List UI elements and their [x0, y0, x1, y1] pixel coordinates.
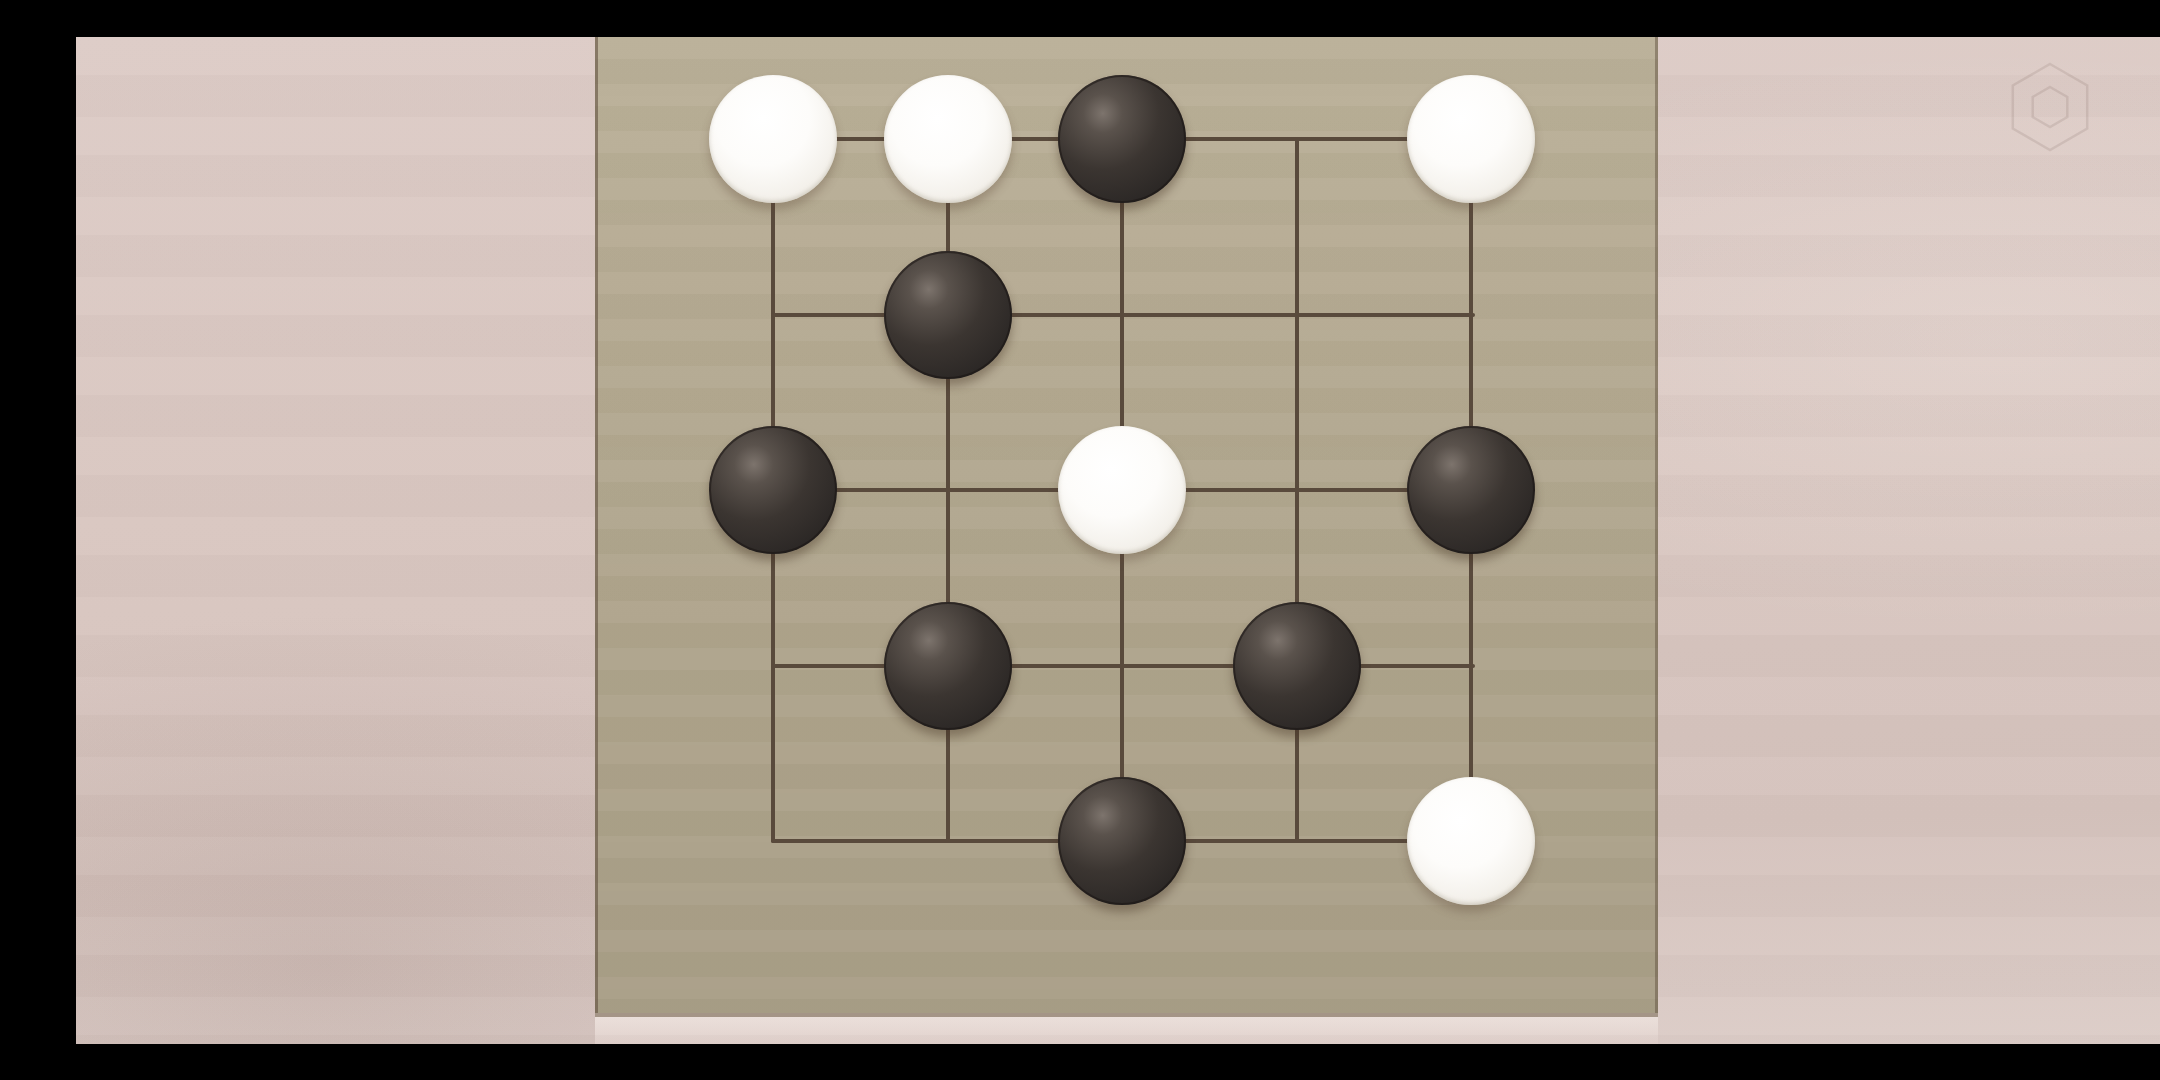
hexagon-logo-icon — [2005, 62, 2095, 152]
stone-black[interactable] — [884, 602, 1012, 730]
grid-line-horizontal — [771, 664, 1475, 668]
stone-black[interactable] — [1058, 777, 1186, 905]
stone-white[interactable] — [1058, 426, 1186, 554]
table-surface — [595, 1013, 1658, 1044]
stone-white[interactable] — [884, 75, 1012, 203]
letterbox-top-bar — [0, 0, 2160, 37]
letterbox-left-bar — [0, 37, 76, 1044]
letterbox-bottom-bar — [0, 1044, 2160, 1080]
stone-black[interactable] — [1058, 75, 1186, 203]
stone-black[interactable] — [884, 251, 1012, 379]
stone-white[interactable] — [1407, 777, 1535, 905]
stone-black[interactable] — [1233, 602, 1361, 730]
video-frame-background — [76, 37, 2160, 1044]
stone-white[interactable] — [1407, 75, 1535, 203]
grid-line-horizontal — [771, 313, 1475, 317]
go-board — [595, 37, 1658, 1013]
stone-white[interactable] — [709, 75, 837, 203]
stone-black[interactable] — [709, 426, 837, 554]
stone-black[interactable] — [1407, 426, 1535, 554]
